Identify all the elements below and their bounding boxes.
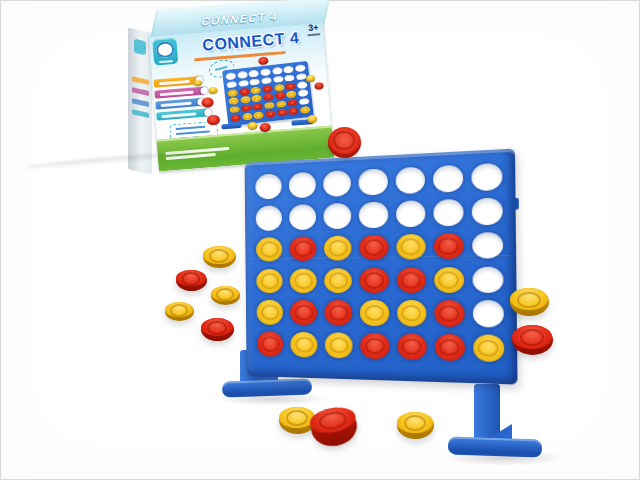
loose-discs-layer [0, 0, 640, 480]
loose-disc-yellow-11[interactable] [397, 412, 434, 439]
loose-disc-yellow-4[interactable] [211, 286, 240, 305]
loose-disc-yellow-2[interactable] [203, 246, 236, 268]
loose-disc-yellow-7[interactable] [510, 288, 549, 316]
loose-disc-yellow-5[interactable] [165, 302, 194, 321]
loose-disc-red-3[interactable] [176, 270, 207, 291]
loose-disc-red-6[interactable] [201, 318, 234, 341]
loose-disc-red-10[interactable] [308, 404, 360, 449]
product-photo-scene: CONNECT 4 CONNECT 4 3+ [0, 0, 640, 480]
loose-disc-red-1[interactable] [328, 127, 361, 158]
loose-disc-red-8[interactable] [512, 325, 553, 355]
